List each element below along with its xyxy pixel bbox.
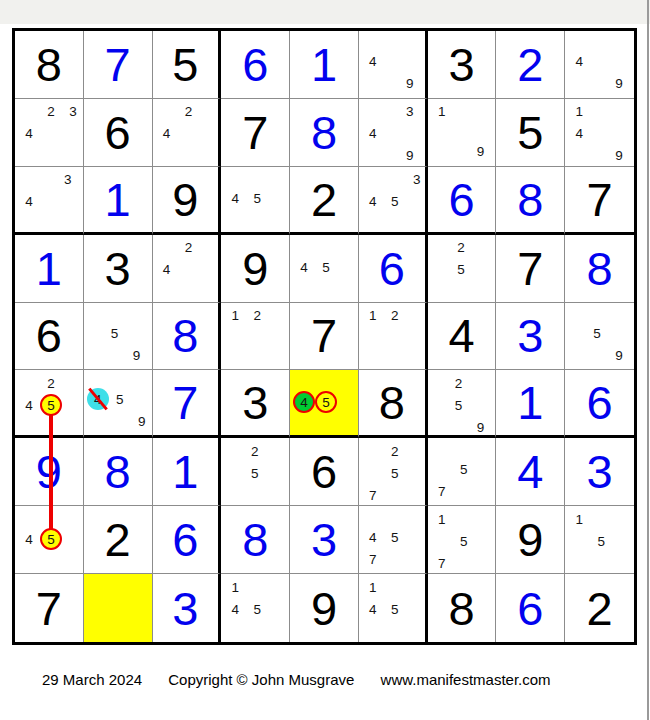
candidate-slot: 4 bbox=[568, 123, 590, 145]
pencil-marks: 149 bbox=[565, 99, 634, 166]
candidate-slot bbox=[384, 327, 406, 347]
candidate-1: 1 bbox=[568, 508, 590, 530]
cell-r6c4[interactable]: 3 bbox=[221, 370, 290, 438]
candidate-slot: 5 bbox=[104, 322, 126, 344]
cell-r7c4[interactable]: 25 bbox=[221, 438, 290, 506]
cell-r3c5[interactable]: 2 bbox=[290, 167, 359, 235]
candidate-slot bbox=[362, 213, 384, 229]
candidate-slot bbox=[268, 188, 285, 210]
candidate-slot bbox=[62, 550, 79, 570]
given-digit: 7 bbox=[15, 574, 83, 642]
candidate-5: 5 bbox=[384, 526, 406, 548]
solved-digit: 7 bbox=[84, 31, 152, 98]
candidate-slot bbox=[156, 145, 178, 163]
candidate-slot bbox=[62, 528, 79, 550]
candidate-2: 2 bbox=[40, 101, 62, 123]
cell-r8c7[interactable]: 157 bbox=[428, 506, 497, 574]
candidate-slot bbox=[156, 101, 178, 123]
given-digit: 7 bbox=[290, 303, 358, 370]
candidate-slot: 9 bbox=[126, 344, 148, 366]
cell-r4c1[interactable]: 1 bbox=[15, 235, 84, 303]
candidate-slot bbox=[87, 305, 104, 323]
candidate-slot: 9 bbox=[608, 344, 630, 366]
cell-r8c8[interactable]: 9 bbox=[496, 506, 565, 574]
candidate-slot: 5 bbox=[315, 257, 337, 279]
candidate-slot bbox=[406, 346, 421, 366]
candidate-slot bbox=[612, 552, 630, 570]
candidate-1: 1 bbox=[431, 508, 453, 530]
candidate-slot bbox=[608, 101, 630, 123]
cell-r8c3[interactable]: 6 bbox=[153, 506, 222, 574]
candidate-slot bbox=[453, 552, 475, 574]
candidate-slot bbox=[18, 416, 40, 432]
solved-digit: 1 bbox=[496, 370, 564, 435]
candidate-slot: 7 bbox=[431, 552, 453, 574]
candidate-4: 4 bbox=[362, 51, 384, 73]
candidate-slot: 5 bbox=[450, 259, 472, 281]
candidate-slot bbox=[18, 213, 40, 229]
cell-r9c1[interactable]: 7 bbox=[15, 574, 84, 642]
candidate-slot: 9 bbox=[131, 410, 153, 432]
candidate-slot bbox=[104, 305, 126, 323]
candidate-slot bbox=[431, 440, 453, 458]
cell-r9c6[interactable]: 145 bbox=[359, 574, 428, 642]
candidate-slot bbox=[431, 530, 453, 552]
candidate-slot: 5 bbox=[384, 462, 406, 484]
candidate-4: 4 bbox=[18, 191, 40, 213]
cell-r2c5[interactable]: 8 bbox=[290, 99, 359, 167]
candidate-slot bbox=[87, 372, 109, 388]
cell-r9c2[interactable] bbox=[84, 574, 153, 642]
candidate-slot bbox=[612, 530, 630, 552]
candidate-4: 4 bbox=[18, 528, 40, 550]
candidate-4: 4 bbox=[224, 188, 246, 210]
candidate-slot bbox=[384, 213, 406, 229]
cell-r8c1[interactable]: 45 bbox=[15, 506, 84, 574]
cell-r8c6[interactable]: 457 bbox=[359, 506, 428, 574]
candidate-slot: 5 bbox=[40, 394, 62, 416]
candidate-slot bbox=[62, 372, 79, 394]
candidate-9: 9 bbox=[131, 410, 153, 432]
solved-digit: 8 bbox=[84, 438, 152, 505]
cell-r6c6[interactable]: 8 bbox=[359, 370, 428, 438]
candidate-slot bbox=[224, 327, 246, 347]
candidate-slot bbox=[224, 169, 246, 188]
cell-r9c3[interactable]: 3 bbox=[153, 574, 222, 642]
candidate-slot bbox=[200, 145, 215, 163]
candidate-slot bbox=[586, 344, 608, 366]
candidate-3: 3 bbox=[399, 101, 421, 123]
sudoku-board: 8756149324923462478349195149341945234568… bbox=[12, 28, 637, 645]
candidate-slot: 5 bbox=[586, 322, 608, 344]
candidate-3: 3 bbox=[62, 101, 84, 123]
cell-r3c9[interactable]: 7 bbox=[565, 167, 634, 235]
cell-r1c5[interactable]: 1 bbox=[290, 31, 359, 99]
candidate-slot bbox=[590, 101, 608, 123]
candidate-slot: 2 bbox=[384, 305, 406, 327]
cell-r4c5[interactable]: 45 bbox=[290, 235, 359, 303]
candidate-slot bbox=[246, 346, 268, 366]
cell-r8c2[interactable]: 2 bbox=[84, 506, 153, 574]
candidate-4: 4 bbox=[156, 123, 178, 145]
candidate-slot bbox=[268, 598, 285, 620]
candidate-slot bbox=[109, 372, 131, 388]
candidate-5: 5 bbox=[384, 462, 406, 484]
cell-r2c1[interactable]: 234 bbox=[15, 99, 84, 167]
candidate-slot bbox=[568, 145, 590, 167]
candidate-slot: 2 bbox=[384, 440, 406, 462]
given-digit: 6 bbox=[15, 303, 83, 370]
candidate-1: 1 bbox=[431, 101, 453, 123]
candidate-slot bbox=[469, 123, 491, 141]
candidate-2: 2 bbox=[178, 101, 200, 123]
cell-r9c4[interactable]: 145 bbox=[221, 574, 290, 642]
cell-r5c6[interactable]: 12 bbox=[359, 303, 428, 371]
candidate-slot bbox=[384, 33, 399, 51]
cell-r2c7[interactable]: 19 bbox=[428, 99, 497, 167]
candidate-slot bbox=[362, 169, 384, 191]
candidate-slot: 2 bbox=[450, 237, 472, 259]
cell-r3c1[interactable]: 34 bbox=[15, 167, 84, 235]
candidate-slot: 4 bbox=[293, 257, 315, 279]
pencil-marks: 45 bbox=[221, 167, 289, 232]
cell-r1c4[interactable]: 6 bbox=[221, 31, 290, 99]
pencil-marks: 49 bbox=[565, 31, 634, 98]
cell-r2c6[interactable]: 349 bbox=[359, 99, 428, 167]
cell-r3c2[interactable]: 1 bbox=[84, 167, 153, 235]
given-digit: 2 bbox=[565, 574, 634, 642]
candidate-slot: 1 bbox=[362, 305, 384, 327]
candidate-slot bbox=[200, 237, 215, 259]
pencil-marks: 25 bbox=[221, 438, 289, 505]
candidate-slot bbox=[384, 346, 406, 366]
candidate-slot bbox=[384, 169, 406, 191]
cell-r1c1[interactable]: 8 bbox=[15, 31, 84, 99]
candidate-slot bbox=[337, 257, 354, 279]
candidate-slot bbox=[453, 141, 470, 163]
candidate-slot bbox=[406, 548, 421, 570]
given-digit: 2 bbox=[290, 167, 358, 232]
candidate-2: 2 bbox=[178, 237, 200, 259]
pencil-marks: 59 bbox=[84, 303, 152, 370]
candidate-slot bbox=[246, 169, 268, 188]
candidate-slot bbox=[224, 484, 243, 502]
cell-r7c3[interactable]: 1 bbox=[153, 438, 222, 506]
candidate-slot bbox=[131, 372, 153, 388]
cell-r9c8[interactable]: 6 bbox=[496, 574, 565, 642]
candidate-slot bbox=[475, 508, 492, 530]
candidate-slot: 3 bbox=[399, 101, 421, 123]
given-digit: 3 bbox=[428, 31, 496, 98]
pencil-marks: 259 bbox=[428, 370, 496, 435]
candidate-slot bbox=[431, 372, 448, 394]
candidate-slot bbox=[87, 322, 104, 344]
cell-r6c9[interactable]: 6 bbox=[565, 370, 634, 438]
cell-r5c4[interactable]: 12 bbox=[221, 303, 290, 371]
candidate-slot: 2 bbox=[178, 101, 200, 123]
cell-r1c3[interactable]: 5 bbox=[153, 31, 222, 99]
cell-r6c2[interactable]: 459 bbox=[84, 370, 153, 438]
candidate-1: 1 bbox=[224, 576, 246, 598]
cell-r3c3[interactable]: 9 bbox=[153, 167, 222, 235]
candidate-slot bbox=[200, 259, 215, 281]
candidate-9: 9 bbox=[469, 416, 491, 438]
cell-r5c3[interactable]: 8 bbox=[153, 303, 222, 371]
candidate-5: 5 bbox=[586, 322, 608, 344]
pencil-marks: 34 bbox=[15, 167, 83, 232]
cell-r7c5[interactable]: 6 bbox=[290, 438, 359, 506]
given-digit: 9 bbox=[496, 506, 564, 573]
candidate-4: 4 bbox=[362, 123, 384, 145]
candidate-slot: 2 bbox=[40, 372, 62, 394]
cell-r1c9[interactable]: 49 bbox=[565, 31, 634, 99]
candidate-slot bbox=[40, 191, 57, 213]
cell-r1c7[interactable]: 3 bbox=[428, 31, 497, 99]
candidate-slot: 4 bbox=[362, 598, 384, 620]
candidate-slot bbox=[384, 73, 399, 95]
candidate-slot: 9 bbox=[608, 145, 630, 167]
candidate-slot bbox=[362, 33, 384, 51]
candidate-slot: 5 bbox=[40, 528, 62, 550]
cell-r2c9[interactable]: 149 bbox=[565, 99, 634, 167]
cell-r5c2[interactable]: 59 bbox=[84, 303, 153, 371]
candidate-slot: 5 bbox=[453, 458, 475, 480]
cell-r2c4[interactable]: 7 bbox=[221, 99, 290, 167]
cell-r5c9[interactable]: 59 bbox=[565, 303, 634, 371]
candidate-slot bbox=[472, 237, 491, 259]
candidate-slot bbox=[293, 279, 315, 299]
candidate-slot: 4 bbox=[568, 51, 590, 73]
candidate-slot: 4 bbox=[156, 123, 178, 145]
candidate-slot bbox=[472, 281, 491, 299]
candidate-slot bbox=[406, 440, 421, 462]
candidate-slot bbox=[156, 237, 178, 259]
candidate-slot: 5 bbox=[246, 598, 268, 620]
candidate-4: 4 bbox=[18, 394, 40, 416]
cell-r3c4[interactable]: 45 bbox=[221, 167, 290, 235]
candidate-slot bbox=[406, 508, 421, 526]
candidate-9: 9 bbox=[469, 141, 491, 163]
candidate-slot bbox=[337, 372, 354, 391]
candidate-4: 4 bbox=[362, 526, 384, 548]
cell-r7c7[interactable]: 57 bbox=[428, 438, 497, 506]
candidate-slot: 9 bbox=[469, 416, 491, 438]
solved-digit: 6 bbox=[359, 235, 425, 302]
candidate-slot bbox=[453, 440, 475, 458]
candidate-slot bbox=[315, 279, 337, 299]
candidate-5: 5 bbox=[453, 530, 475, 552]
given-digit: 9 bbox=[290, 574, 358, 642]
candidate-slot bbox=[315, 372, 337, 391]
candidate-slot: 4 bbox=[18, 528, 40, 550]
pencil-marks: 25 bbox=[428, 235, 496, 302]
cell-r4c7[interactable]: 25 bbox=[428, 235, 497, 303]
candidate-slot bbox=[608, 305, 630, 323]
footer-website: www.manifestmaster.com bbox=[381, 671, 551, 688]
footer-date: 29 March 2024 bbox=[42, 671, 142, 688]
pencil-marks: 12 bbox=[221, 303, 289, 370]
cell-r6c1[interactable]: 245 bbox=[15, 370, 84, 438]
cell-r3c6[interactable]: 345 bbox=[359, 167, 428, 235]
solved-digit: 8 bbox=[496, 167, 564, 232]
cell-r1c8[interactable]: 2 bbox=[496, 31, 565, 99]
cell-r9c9[interactable]: 2 bbox=[565, 574, 634, 642]
candidate-slot bbox=[104, 344, 126, 366]
cell-r2c3[interactable]: 24 bbox=[153, 99, 222, 167]
candidate-slot bbox=[406, 576, 421, 598]
pencil-marks: 157 bbox=[428, 506, 496, 573]
cell-r7c8[interactable]: 4 bbox=[496, 438, 565, 506]
candidate-slot: 9 bbox=[399, 73, 421, 95]
given-digit: 6 bbox=[290, 438, 358, 505]
candidate-slot bbox=[362, 508, 384, 526]
candidate-slot bbox=[87, 410, 109, 432]
candidate-slot bbox=[337, 413, 354, 432]
candidate-slot bbox=[18, 550, 40, 570]
candidate-slot: 9 bbox=[399, 145, 421, 167]
candidate-slot bbox=[362, 462, 384, 484]
solved-digit: 1 bbox=[84, 167, 152, 232]
candidate-slot bbox=[431, 281, 450, 299]
candidate-1: 1 bbox=[362, 305, 384, 327]
candidate-3: 3 bbox=[406, 169, 428, 191]
candidate-slot bbox=[406, 620, 421, 639]
cell-r4c3[interactable]: 24 bbox=[153, 235, 222, 303]
candidate-5-ring-yellow-mark: 5 bbox=[40, 528, 62, 550]
pencil-marks: 19 bbox=[428, 99, 496, 166]
candidate-7: 7 bbox=[362, 484, 384, 506]
candidate-5: 5 bbox=[447, 394, 469, 416]
pencil-marks: 245 bbox=[15, 370, 83, 435]
given-digit: 5 bbox=[153, 31, 219, 98]
candidate-slot bbox=[568, 530, 590, 552]
candidate-slot bbox=[268, 305, 285, 327]
candidate-slot bbox=[362, 440, 384, 462]
candidate-slot bbox=[450, 281, 472, 299]
cell-r9c7[interactable]: 8 bbox=[428, 574, 497, 642]
solved-digit: 1 bbox=[290, 31, 358, 98]
pencil-marks: 45 bbox=[290, 370, 358, 435]
candidate-slot bbox=[268, 620, 285, 639]
candidate-slot bbox=[246, 620, 268, 639]
candidate-slot bbox=[469, 101, 491, 123]
candidate-slot bbox=[608, 123, 630, 145]
candidate-slot bbox=[447, 416, 469, 438]
pencil-marks: 257 bbox=[359, 438, 425, 505]
cell-r3c7[interactable]: 6 bbox=[428, 167, 497, 235]
cell-r8c9[interactable]: 15 bbox=[565, 506, 634, 574]
candidate-slot: 1 bbox=[362, 576, 384, 598]
cell-r1c2[interactable]: 7 bbox=[84, 31, 153, 99]
cell-r4c2[interactable]: 3 bbox=[84, 235, 153, 303]
candidate-slot bbox=[62, 394, 79, 416]
cell-r4c8[interactable]: 7 bbox=[496, 235, 565, 303]
candidate-slot bbox=[40, 508, 62, 528]
cell-r5c7[interactable]: 4 bbox=[428, 303, 497, 371]
candidate-slot bbox=[293, 413, 315, 432]
candidate-5: 5 bbox=[453, 458, 475, 480]
candidate-slot bbox=[406, 327, 421, 347]
candidate-slot: 5 bbox=[384, 191, 406, 213]
solved-digit: 1 bbox=[15, 235, 83, 302]
cell-r8c5[interactable]: 3 bbox=[290, 506, 359, 574]
candidate-slot: 4 bbox=[18, 394, 40, 416]
candidate-slot bbox=[362, 327, 384, 347]
candidate-slot bbox=[590, 51, 608, 73]
cell-r5c1[interactable]: 6 bbox=[15, 303, 84, 371]
cell-r4c4[interactable]: 9 bbox=[221, 235, 290, 303]
candidate-4: 4 bbox=[156, 259, 178, 281]
solved-digit: 1 bbox=[153, 438, 219, 505]
candidate-slot bbox=[200, 281, 215, 299]
cell-r2c2[interactable]: 6 bbox=[84, 99, 153, 167]
candidate-slot bbox=[18, 508, 40, 528]
given-digit: 7 bbox=[221, 99, 289, 166]
solved-digit: 3 bbox=[496, 303, 564, 370]
candidate-slot bbox=[337, 391, 354, 413]
candidate-slot bbox=[87, 344, 104, 366]
candidate-slot bbox=[590, 508, 612, 530]
cell-r7c6[interactable]: 257 bbox=[359, 438, 428, 506]
candidate-slot: 4 bbox=[362, 526, 384, 548]
candidate-slot bbox=[18, 145, 40, 163]
candidate-slot bbox=[315, 413, 337, 432]
pencil-marks: 459 bbox=[84, 370, 152, 435]
candidate-2: 2 bbox=[384, 305, 406, 327]
cell-r9c5[interactable]: 9 bbox=[290, 574, 359, 642]
candidate-slot bbox=[384, 101, 399, 123]
cell-r4c6[interactable]: 6 bbox=[359, 235, 428, 303]
cell-r8c4[interactable]: 8 bbox=[221, 506, 290, 574]
cell-r7c2[interactable]: 8 bbox=[84, 438, 153, 506]
pencil-marks: 24 bbox=[153, 99, 219, 166]
candidate-slot: 4 bbox=[156, 259, 178, 281]
cell-r6c3[interactable]: 7 bbox=[153, 370, 222, 438]
candidate-slot bbox=[384, 145, 399, 167]
candidate-slot: 4 bbox=[362, 191, 384, 213]
candidate-slot: 9 bbox=[608, 73, 630, 95]
candidate-slot bbox=[337, 279, 354, 299]
candidate-slot: 2 bbox=[178, 237, 200, 259]
cell-r1c6[interactable]: 49 bbox=[359, 31, 428, 99]
solved-digit: 3 bbox=[565, 438, 634, 505]
cell-r6c5[interactable]: 45 bbox=[290, 370, 359, 438]
candidate-slot bbox=[246, 210, 268, 229]
cell-r5c8[interactable]: 3 bbox=[496, 303, 565, 371]
candidate-slot bbox=[266, 440, 285, 462]
cell-r4c9[interactable]: 8 bbox=[565, 235, 634, 303]
given-digit: 7 bbox=[565, 167, 634, 232]
cell-r6c7[interactable]: 259 bbox=[428, 370, 497, 438]
cell-r6c8[interactable]: 1 bbox=[496, 370, 565, 438]
cell-r3c8[interactable]: 8 bbox=[496, 167, 565, 235]
candidate-slot bbox=[475, 530, 492, 552]
candidate-slot bbox=[406, 305, 421, 327]
candidate-slot: 1 bbox=[224, 305, 246, 327]
solved-digit: 8 bbox=[153, 303, 219, 370]
cell-r2c8[interactable]: 5 bbox=[496, 99, 565, 167]
pencil-marks: 45 bbox=[15, 506, 83, 573]
candidate-7: 7 bbox=[362, 548, 384, 570]
candidate-5: 5 bbox=[590, 530, 612, 552]
candidate-slot bbox=[475, 440, 492, 458]
cell-r5c5[interactable]: 7 bbox=[290, 303, 359, 371]
candidate-slot bbox=[586, 305, 608, 323]
candidate-slot bbox=[18, 372, 40, 394]
pencil-marks: 15 bbox=[565, 506, 634, 573]
cell-r7c9[interactable]: 3 bbox=[565, 438, 634, 506]
candidate-slot bbox=[362, 101, 384, 123]
